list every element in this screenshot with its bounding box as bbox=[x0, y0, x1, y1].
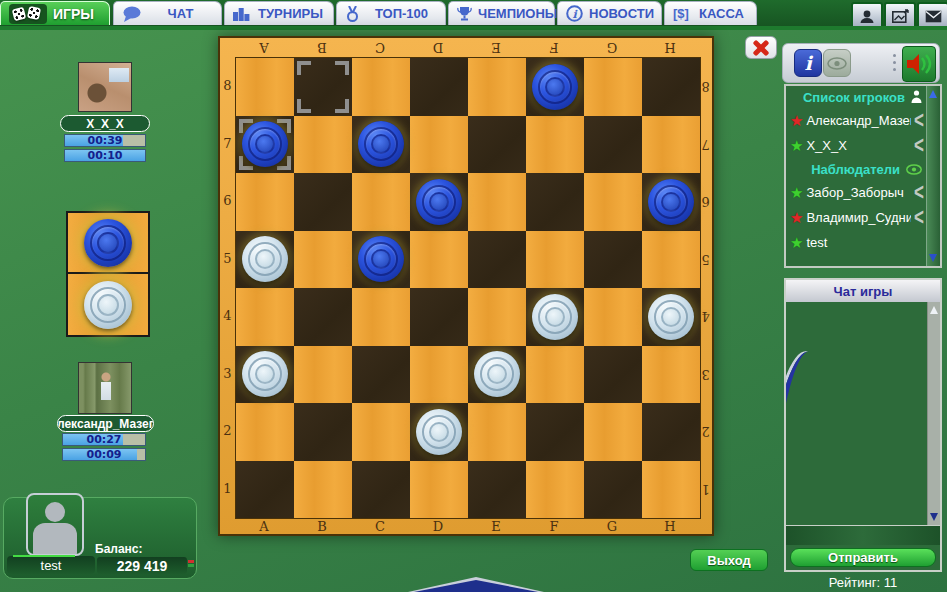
square-e4 bbox=[468, 288, 526, 346]
coord-left-4: 4 bbox=[220, 287, 235, 345]
scroll-up-icon[interactable] bbox=[929, 90, 937, 98]
players-observers-panel: Список игроков ★Александр_Мазепа<★X_X_X<… bbox=[784, 84, 942, 268]
square-e2 bbox=[468, 403, 526, 461]
square-a3[interactable] bbox=[236, 346, 294, 404]
square-f1 bbox=[526, 461, 584, 519]
square-h7 bbox=[642, 116, 700, 174]
observe-button[interactable] bbox=[823, 49, 851, 77]
square-a7[interactable] bbox=[236, 116, 294, 174]
square-e5[interactable] bbox=[468, 231, 526, 289]
checker-white-e3[interactable] bbox=[474, 351, 520, 397]
player-row-Александр_Мазепа[interactable]: ★Александр_Мазепа< bbox=[786, 108, 926, 133]
square-d4[interactable] bbox=[410, 288, 468, 346]
square-f6[interactable] bbox=[526, 173, 584, 231]
square-e3[interactable] bbox=[468, 346, 526, 404]
square-d8[interactable] bbox=[410, 58, 468, 116]
checker-blue-h6[interactable] bbox=[648, 179, 694, 225]
square-d2[interactable] bbox=[410, 403, 468, 461]
image-icon bbox=[892, 9, 909, 23]
chat-bubble-icon bbox=[122, 6, 142, 22]
game-toolbar: i bbox=[782, 43, 940, 83]
square-e8 bbox=[468, 58, 526, 116]
chat-scrollbar[interactable] bbox=[927, 302, 940, 525]
square-d1 bbox=[410, 461, 468, 519]
square-g4 bbox=[584, 288, 642, 346]
coord-top-H: H bbox=[641, 38, 699, 57]
tab-news[interactable]: i НОВОСТИ bbox=[557, 1, 662, 25]
background-swoosh bbox=[786, 349, 835, 525]
coord-top-G: G bbox=[583, 38, 641, 57]
roster: Список игроков ★Александр_Мазепа<★X_X_X<… bbox=[786, 86, 926, 255]
square-g5[interactable] bbox=[584, 231, 642, 289]
tab-chat-label: ЧАТ bbox=[168, 6, 194, 21]
square-a4 bbox=[236, 288, 294, 346]
trophy-icon bbox=[457, 6, 472, 21]
players-list: ★Александр_Мазепа<★X_X_X< bbox=[786, 108, 926, 158]
square-a8 bbox=[236, 58, 294, 116]
observer-name: Владимир_Судник_1 bbox=[806, 210, 911, 225]
observer-name: test bbox=[806, 235, 924, 250]
send-row: Отправить bbox=[786, 545, 940, 570]
square-g1[interactable] bbox=[584, 461, 642, 519]
checker-blue-f8[interactable] bbox=[532, 64, 578, 110]
move-highlight-b8 bbox=[297, 61, 349, 113]
coord-bottom-F: F bbox=[525, 517, 583, 536]
square-g3[interactable] bbox=[584, 346, 642, 404]
square-h5 bbox=[642, 231, 700, 289]
collapse-chevron-icon[interactable]: < bbox=[914, 108, 924, 133]
checker-blue-a7[interactable] bbox=[242, 121, 288, 167]
checker-blue-d6[interactable] bbox=[416, 179, 462, 225]
square-c7[interactable] bbox=[352, 116, 410, 174]
square-h3 bbox=[642, 346, 700, 404]
coord-bottom-E: E bbox=[467, 517, 525, 536]
red-star-icon: ★ bbox=[790, 113, 803, 128]
square-a2 bbox=[236, 403, 294, 461]
tab-cashier[interactable]: [$] КАССА bbox=[664, 1, 757, 25]
green-star-icon: ★ bbox=[790, 235, 803, 250]
coord-bottom-H: H bbox=[641, 517, 699, 536]
square-b4[interactable] bbox=[294, 288, 352, 346]
observer-row-Забор_Заборыч[interactable]: ★Забор_Заборыч< bbox=[786, 180, 926, 205]
tab-chat[interactable]: ЧАТ bbox=[113, 1, 222, 25]
checker-white-a5[interactable] bbox=[242, 236, 288, 282]
tab-games[interactable]: ИГРЫ bbox=[0, 1, 110, 25]
piece-color-indicator bbox=[66, 211, 150, 337]
square-d3 bbox=[410, 346, 468, 404]
square-f8[interactable] bbox=[526, 58, 584, 116]
green-star-icon: ★ bbox=[790, 138, 803, 153]
player-name: X_X_X bbox=[806, 138, 911, 153]
balance-stripes bbox=[188, 560, 194, 570]
opponent-total-timer: 00:39 bbox=[64, 134, 146, 147]
balance-value: 229 419 bbox=[97, 557, 187, 574]
checker-white-d2[interactable] bbox=[416, 409, 462, 455]
info-circle-icon: i bbox=[566, 5, 583, 22]
observers-eye-icon bbox=[906, 164, 922, 175]
opponent-nameplate: X_X_X bbox=[60, 115, 150, 132]
square-f7 bbox=[526, 116, 584, 174]
square-c2 bbox=[352, 403, 410, 461]
podium-icon bbox=[233, 6, 250, 21]
speaker-icon bbox=[906, 52, 932, 76]
square-e1[interactable] bbox=[468, 461, 526, 519]
roster-scrollbar[interactable] bbox=[926, 86, 940, 266]
square-c8 bbox=[352, 58, 410, 116]
square-e6 bbox=[468, 173, 526, 231]
collapse-chevron-icon[interactable]: < bbox=[914, 205, 924, 230]
collapse-chevron-icon[interactable]: < bbox=[914, 133, 924, 158]
dice-icon bbox=[9, 4, 47, 24]
observer-row-test[interactable]: ★test bbox=[786, 230, 926, 255]
coord-left-6: 6 bbox=[220, 172, 235, 230]
coord-left-1: 1 bbox=[220, 460, 235, 518]
send-button[interactable]: Отправить bbox=[790, 548, 936, 567]
square-b1 bbox=[294, 461, 352, 519]
balance-label: Баланс: bbox=[95, 541, 157, 556]
game-room: ИГРЫ ЧАТ ТУРНИРЫ ТОП-100 ЧЕМПИОНЫ i НОВО… bbox=[0, 0, 947, 592]
square-d5 bbox=[410, 231, 468, 289]
scroll-down-icon[interactable] bbox=[929, 254, 937, 262]
square-c5[interactable] bbox=[352, 231, 410, 289]
user-name: test bbox=[7, 556, 95, 574]
player-move-timer: 00:09 bbox=[62, 448, 146, 461]
square-b7 bbox=[294, 116, 352, 174]
medal-icon bbox=[345, 6, 360, 22]
board-grid bbox=[235, 57, 701, 519]
opponent-avatar bbox=[78, 62, 132, 112]
checker-white-a3[interactable] bbox=[242, 351, 288, 397]
square-d6[interactable] bbox=[410, 173, 468, 231]
checkers-board: AABBCCDDEEFFGGHH8877665544332211 bbox=[218, 36, 714, 536]
square-g7[interactable] bbox=[584, 116, 642, 174]
players-header: Список игроков bbox=[786, 86, 926, 108]
coord-bottom-B: B bbox=[293, 517, 351, 536]
coord-top-F: F bbox=[525, 38, 583, 57]
collapse-chevron-icon[interactable]: < bbox=[914, 180, 924, 205]
envelope-icon bbox=[925, 10, 942, 23]
square-f5 bbox=[526, 231, 584, 289]
exit-button[interactable]: Выход bbox=[690, 549, 768, 571]
observers-header: Наблюдатели bbox=[786, 158, 926, 180]
opponent-piece-color bbox=[68, 213, 148, 274]
opponent-move-timer: 00:10 bbox=[64, 149, 146, 162]
tab-champions-label: ЧЕМПИОНЫ bbox=[478, 6, 558, 21]
player-avatar bbox=[78, 362, 132, 414]
my-piece-color bbox=[68, 274, 148, 335]
checker-white-h4[interactable] bbox=[648, 294, 694, 340]
checker-blue-c7[interactable] bbox=[358, 121, 404, 167]
coord-bottom-D: D bbox=[409, 517, 467, 536]
square-h1 bbox=[642, 461, 700, 519]
chat-scroll-down-icon[interactable] bbox=[930, 513, 938, 521]
square-g6 bbox=[584, 173, 642, 231]
square-h4[interactable] bbox=[642, 288, 700, 346]
coord-left-3: 3 bbox=[220, 345, 235, 403]
tab-top100-label: ТОП-100 bbox=[375, 6, 428, 21]
red-star-icon: ★ bbox=[790, 210, 803, 225]
square-b5 bbox=[294, 231, 352, 289]
chat-header: Чат игры bbox=[786, 280, 940, 302]
observer-name: Забор_Заборыч bbox=[806, 185, 911, 200]
cash-icon: [$] bbox=[673, 6, 689, 21]
square-f3 bbox=[526, 346, 584, 404]
info-button[interactable]: i bbox=[794, 49, 822, 77]
square-d7 bbox=[410, 116, 468, 174]
square-e7[interactable] bbox=[468, 116, 526, 174]
square-h8[interactable] bbox=[642, 58, 700, 116]
player-total-timer: 00:27 bbox=[62, 433, 146, 446]
coord-top-D: D bbox=[409, 38, 467, 57]
checker-blue bbox=[84, 219, 132, 267]
player-row-X_X_X[interactable]: ★X_X_X< bbox=[786, 133, 926, 158]
square-c4 bbox=[352, 288, 410, 346]
tab-champions[interactable]: ЧЕМПИОНЫ bbox=[448, 1, 555, 25]
square-c6 bbox=[352, 173, 410, 231]
tab-top100[interactable]: ТОП-100 bbox=[336, 1, 446, 25]
chat-input[interactable] bbox=[786, 525, 940, 545]
coord-bottom-C: C bbox=[351, 517, 409, 536]
observers-list: ★Забор_Заборыч<★Владимир_Судник_1<★test bbox=[786, 180, 926, 255]
coord-bottom-A: A bbox=[235, 517, 293, 536]
square-b3 bbox=[294, 346, 352, 404]
tab-cashier-label: КАССА bbox=[699, 6, 744, 21]
tab-games-label: ИГРЫ bbox=[53, 6, 94, 22]
square-b2[interactable] bbox=[294, 403, 352, 461]
checker-blue-c5[interactable] bbox=[358, 236, 404, 282]
square-c3[interactable] bbox=[352, 346, 410, 404]
rating-label: Рейтинг: 11 bbox=[784, 575, 942, 590]
coord-top-E: E bbox=[467, 38, 525, 57]
tab-tournaments-label: ТУРНИРЫ bbox=[258, 6, 323, 21]
square-h6[interactable] bbox=[642, 173, 700, 231]
coord-left-7: 7 bbox=[220, 115, 235, 173]
square-a1[interactable] bbox=[236, 461, 294, 519]
eye-icon bbox=[827, 57, 847, 70]
coord-top-B: B bbox=[293, 38, 351, 57]
user-avatar bbox=[26, 493, 84, 556]
chat-scroll-up-icon[interactable] bbox=[930, 306, 938, 314]
tab-tournaments[interactable]: ТУРНИРЫ bbox=[224, 1, 334, 25]
square-g8 bbox=[584, 58, 642, 116]
game-chat-panel: Чат игры Отправить bbox=[784, 278, 942, 572]
player-name: Александр_Мазепа bbox=[806, 113, 911, 128]
chat-messages-area bbox=[786, 302, 940, 525]
coord-top-C: C bbox=[351, 38, 409, 57]
square-c1[interactable] bbox=[352, 461, 410, 519]
green-star-icon: ★ bbox=[790, 185, 803, 200]
sound-button[interactable] bbox=[902, 46, 936, 82]
square-f4[interactable] bbox=[526, 288, 584, 346]
coord-left-8: 8 bbox=[220, 57, 235, 115]
top-nav: ИГРЫ ЧАТ ТУРНИРЫ ТОП-100 ЧЕМПИОНЫ i НОВО… bbox=[0, 0, 947, 26]
square-a5[interactable] bbox=[236, 231, 294, 289]
coord-left-5: 5 bbox=[220, 230, 235, 288]
square-f2[interactable] bbox=[526, 403, 584, 461]
coord-top-A: A bbox=[235, 38, 293, 57]
coord-bottom-G: G bbox=[583, 517, 641, 536]
player-nameplate: Александр_Мазепа bbox=[57, 415, 154, 432]
coord-left-2: 2 bbox=[220, 402, 235, 460]
square-b6[interactable] bbox=[294, 173, 352, 231]
close-game-button[interactable] bbox=[745, 36, 777, 59]
square-a6 bbox=[236, 173, 294, 231]
checker-white-f4[interactable] bbox=[532, 294, 578, 340]
toolbar-dots bbox=[893, 54, 896, 75]
square-h2[interactable] bbox=[642, 403, 700, 461]
square-g2 bbox=[584, 403, 642, 461]
observer-row-Владимир_Судник_1[interactable]: ★Владимир_Судник_1< bbox=[786, 205, 926, 230]
tab-news-label: НОВОСТИ bbox=[589, 6, 654, 21]
nav-underline bbox=[0, 26, 947, 30]
person-icon bbox=[859, 9, 875, 23]
checker-white bbox=[84, 281, 132, 329]
player-list-icon bbox=[911, 90, 922, 104]
square-b8[interactable] bbox=[294, 58, 352, 116]
